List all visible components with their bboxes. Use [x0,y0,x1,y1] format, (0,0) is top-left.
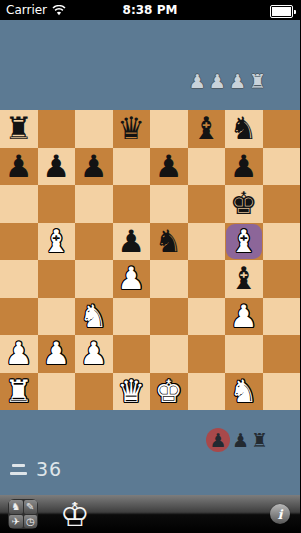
white-pawn-g3: ♟ [230,298,258,335]
square-d7[interactable] [113,148,151,186]
white-pawn-c2: ♟ [80,335,108,372]
app-screen: 8:38 PM Carrier ♟♟♟♜ ♜♛♝♞♟♟♟♟♟♚♝♟♞♝♟♝♞♟♟… [0,0,300,533]
captured-black-pawn-icon: ♟ [232,431,249,450]
white-pawn-b2: ♟ [42,335,70,372]
square-a2[interactable]: ♟ [0,335,38,373]
square-e7[interactable]: ♟ [150,148,188,186]
square-a6[interactable] [0,185,38,223]
new-game-button[interactable]: ♔ [60,495,90,533]
game-options-button[interactable]: ♞✎✈◷ [8,499,38,529]
white-bishop-g5: ♝ [230,223,258,260]
square-c1[interactable] [75,373,113,411]
captured-white-pieces-tray: ♟♟♟♜ [189,72,266,91]
black-queen-d8: ♛ [117,110,145,147]
black-knight-e5: ♞ [155,223,183,260]
square-g8[interactable]: ♞ [225,110,263,148]
captured-black-pieces-tray: ♟♟♜ [206,428,268,452]
square-b3[interactable] [38,298,76,336]
white-queen-d1: ♛ [117,373,145,410]
square-g1[interactable]: ♞ [225,373,263,411]
white-rook-a1: ♜ [5,373,33,410]
black-pawn-b7: ♟ [42,148,70,185]
square-d2[interactable] [113,335,151,373]
clock-icon: ◷ [24,515,38,529]
square-f4[interactable] [188,260,226,298]
white-knight-g1: ♞ [230,373,258,410]
square-d1[interactable]: ♛ [113,373,151,411]
square-g7[interactable]: ♟ [225,148,263,186]
square-b8[interactable] [38,110,76,148]
square-b7[interactable]: ♟ [38,148,76,186]
square-g2[interactable] [225,335,263,373]
white-knight-c3: ♞ [80,298,108,335]
square-c7[interactable]: ♟ [75,148,113,186]
square-h5[interactable] [263,223,301,261]
square-d8[interactable]: ♛ [113,110,151,148]
square-h1[interactable] [263,373,301,411]
info-button[interactable]: i [270,504,290,524]
square-g5[interactable]: ♝ [225,223,263,261]
square-e1[interactable]: ♚ [150,373,188,411]
bottom-toolbar: ♞✎✈◷ ♔ i [0,495,300,533]
square-c5[interactable] [75,223,113,261]
black-pawn-c7: ♟ [80,148,108,185]
square-f2[interactable] [188,335,226,373]
square-e2[interactable] [150,335,188,373]
black-pawn-e7: ♟ [155,148,183,185]
square-c4[interactable] [75,260,113,298]
black-knight-g8: ♞ [230,110,258,147]
captured-white-pawn-icon: ♟ [189,72,206,91]
captured-black-rook-icon: ♜ [251,431,268,450]
black-bishop-f8: ♝ [192,110,220,147]
black-rook-a8: ♜ [5,110,33,147]
square-e8[interactable] [150,110,188,148]
square-e6[interactable] [150,185,188,223]
knight-icon: ♞ [9,500,23,514]
rocket-icon: ✈ [9,515,23,529]
square-c2[interactable]: ♟ [75,335,113,373]
square-d6[interactable] [113,185,151,223]
square-f8[interactable]: ♝ [188,110,226,148]
square-g4[interactable]: ♝ [225,260,263,298]
square-a1[interactable]: ♜ [0,373,38,411]
black-pawn-a7: ♟ [5,148,33,185]
square-e3[interactable] [150,298,188,336]
game-area: ♟♟♟♜ ♜♛♝♞♟♟♟♟♟♚♝♟♞♝♟♝♞♟♟♟♟♜♛♚♞ ♟♟♜ 36 [0,20,300,495]
move-number: 36 [36,458,62,480]
captured-white-pawn-icon: ♟ [229,72,246,91]
square-b5[interactable]: ♝ [38,223,76,261]
eval-symbol [10,464,27,475]
square-g6[interactable]: ♚ [225,185,263,223]
white-bishop-b5: ♝ [42,223,70,260]
status-bar: 8:38 PM Carrier [0,0,300,20]
square-h7[interactable] [263,148,301,186]
square-a4[interactable] [0,260,38,298]
info-label: i [278,507,283,522]
square-f7[interactable] [188,148,226,186]
square-e5[interactable]: ♞ [150,223,188,261]
pencil-icon: ✎ [24,500,38,514]
square-a5[interactable] [0,223,38,261]
square-c6[interactable] [75,185,113,223]
square-c3[interactable]: ♞ [75,298,113,336]
battery-icon [270,5,296,18]
move-indicator: 36 [10,458,62,480]
black-bishop-g4: ♝ [230,260,258,297]
square-b4[interactable] [38,260,76,298]
square-h6[interactable] [263,185,301,223]
wifi-icon [52,5,66,16]
square-f5[interactable] [188,223,226,261]
square-c8[interactable] [75,110,113,148]
square-f1[interactable] [188,373,226,411]
square-b6[interactable] [38,185,76,223]
captured-black-pawn-icon: ♟ [209,431,226,450]
square-a3[interactable] [0,298,38,336]
square-b1[interactable] [38,373,76,411]
square-f3[interactable] [188,298,226,336]
square-a7[interactable]: ♟ [0,148,38,186]
square-b2[interactable]: ♟ [38,335,76,373]
black-pawn-g7: ♟ [230,148,258,185]
square-d3[interactable] [113,298,151,336]
last-capture-ring: ♟ [206,428,230,452]
captured-white-pawn-icon: ♟ [209,72,226,91]
white-pawn-d4: ♟ [117,260,145,297]
square-a8[interactable]: ♜ [0,110,38,148]
square-d4[interactable]: ♟ [113,260,151,298]
square-e4[interactable] [150,260,188,298]
square-f6[interactable] [188,185,226,223]
square-d5[interactable]: ♟ [113,223,151,261]
black-pawn-d5: ♟ [117,223,145,260]
carrier-label: Carrier [6,3,47,17]
square-g3[interactable]: ♟ [225,298,263,336]
white-king-e1: ♚ [155,373,183,410]
square-h8[interactable] [263,110,301,148]
black-king-g6: ♚ [230,185,258,222]
square-h3[interactable] [263,298,301,336]
square-h4[interactable] [263,260,301,298]
chess-board: ♜♛♝♞♟♟♟♟♟♚♝♟♞♝♟♝♞♟♟♟♟♜♛♚♞ [0,110,300,410]
white-pawn-a2: ♟ [5,335,33,372]
square-h2[interactable] [263,335,301,373]
captured-white-rook-icon: ♜ [249,72,266,91]
